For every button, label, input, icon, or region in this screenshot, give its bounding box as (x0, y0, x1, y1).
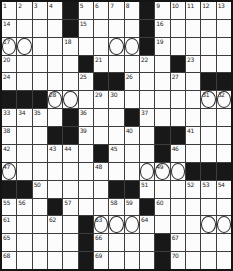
cell[interactable] (63, 163, 77, 180)
clue-number: 26 (126, 73, 133, 80)
clue-number: 50 (34, 181, 41, 188)
cell[interactable]: 49 (155, 163, 169, 180)
cell[interactable] (94, 127, 108, 144)
cell[interactable] (17, 73, 31, 90)
cell[interactable]: 24 (2, 73, 16, 90)
cell[interactable] (217, 109, 231, 126)
cell[interactable] (201, 109, 215, 126)
cell[interactable] (140, 234, 154, 251)
cell[interactable] (155, 181, 169, 198)
clue-number: 23 (187, 56, 194, 63)
cell[interactable] (186, 216, 200, 233)
cell[interactable] (63, 234, 77, 251)
clue-number: 49 (156, 163, 163, 170)
cell[interactable] (140, 73, 154, 90)
cell[interactable] (17, 20, 31, 37)
cell[interactable] (125, 252, 139, 269)
cell[interactable] (186, 145, 200, 162)
clue-number: 30 (110, 91, 117, 98)
cell[interactable]: 13 (217, 2, 231, 19)
cell[interactable] (186, 20, 200, 37)
cell[interactable] (155, 109, 169, 126)
cell[interactable]: 67 (171, 234, 185, 251)
cell[interactable] (201, 234, 215, 251)
block-cell (201, 163, 215, 180)
cell[interactable] (17, 56, 31, 73)
clue-number: 11 (187, 2, 194, 9)
clue-number: 6 (95, 2, 98, 9)
cell[interactable] (33, 145, 47, 162)
letter-circle (201, 216, 215, 233)
block-cell (155, 127, 169, 144)
cell[interactable]: 5 (79, 2, 93, 19)
clue-number: 68 (3, 252, 10, 259)
cell[interactable]: 30 (109, 91, 123, 108)
cell[interactable]: 12 (201, 2, 215, 19)
cell[interactable]: 52 (186, 181, 200, 198)
cell[interactable] (109, 56, 123, 73)
block-cell (63, 127, 77, 144)
cell[interactable]: 57 (63, 199, 77, 216)
clue-number: 25 (80, 73, 87, 80)
cell[interactable] (217, 38, 231, 55)
cell[interactable] (186, 109, 200, 126)
clue-number: 53 (202, 181, 209, 188)
cell[interactable]: 17 (2, 38, 16, 55)
clue-number: 20 (3, 56, 10, 63)
clue-number: 21 (95, 56, 102, 63)
cell[interactable]: 6 (94, 2, 108, 19)
clue-number: 35 (34, 109, 41, 116)
cell[interactable] (48, 234, 62, 251)
cell[interactable] (17, 216, 31, 233)
cell[interactable]: 22 (140, 56, 154, 73)
cell[interactable] (186, 234, 200, 251)
cell[interactable] (140, 163, 154, 180)
cell[interactable] (33, 163, 47, 180)
clue-number: 42 (3, 145, 10, 152)
clue-number: 14 (3, 20, 10, 27)
block-cell (155, 252, 169, 269)
cell[interactable] (171, 20, 185, 37)
cell[interactable] (63, 91, 77, 108)
cell[interactable] (109, 163, 123, 180)
block-cell (171, 56, 185, 73)
cell[interactable]: 43 (48, 145, 62, 162)
block-cell (140, 20, 154, 37)
cell[interactable] (48, 109, 62, 126)
cell[interactable] (79, 199, 93, 216)
cell[interactable] (63, 252, 77, 269)
cell[interactable]: 19 (155, 38, 169, 55)
cell[interactable] (186, 199, 200, 216)
cell[interactable]: 3 (33, 2, 47, 19)
block-cell (217, 73, 231, 90)
cell[interactable] (109, 38, 123, 55)
clue-number: 61 (3, 216, 10, 223)
clue-number: 22 (141, 56, 148, 63)
cell[interactable] (125, 234, 139, 251)
cell[interactable] (217, 234, 231, 251)
clue-number: 51 (141, 181, 148, 188)
clue-number: 19 (156, 38, 163, 45)
clue-number: 46 (172, 145, 179, 152)
cell[interactable] (79, 163, 93, 180)
cell[interactable]: 62 (48, 216, 62, 233)
letter-circle (140, 163, 154, 180)
cell[interactable] (140, 145, 154, 162)
cell[interactable] (33, 234, 47, 251)
cell[interactable]: 35 (33, 109, 47, 126)
cell[interactable]: 69 (94, 252, 108, 269)
cell[interactable] (125, 20, 139, 37)
cell[interactable]: 4 (48, 2, 62, 19)
clue-number: 18 (64, 38, 71, 45)
cell[interactable]: 55 (2, 199, 16, 216)
clue-number: 63 (95, 216, 102, 223)
cell[interactable]: 34 (17, 109, 31, 126)
cell[interactable] (125, 216, 139, 233)
clue-number: 4 (49, 2, 52, 9)
cell[interactable] (217, 145, 231, 162)
block-cell (63, 20, 77, 37)
block-cell (125, 181, 139, 198)
cell[interactable] (171, 199, 185, 216)
cell[interactable] (186, 38, 200, 55)
block-cell (33, 91, 47, 108)
cell[interactable]: 70 (171, 252, 185, 269)
clue-number: 28 (49, 91, 56, 98)
cell[interactable]: 7 (109, 2, 123, 19)
block-cell (109, 181, 123, 198)
cell[interactable] (155, 73, 169, 90)
cell[interactable]: 50 (33, 181, 47, 198)
clue-number: 44 (64, 145, 71, 152)
cell[interactable]: 46 (171, 145, 185, 162)
cell[interactable]: 42 (2, 145, 16, 162)
cell[interactable]: 37 (140, 109, 154, 126)
cell[interactable] (125, 91, 139, 108)
cell[interactable]: 11 (186, 2, 200, 19)
cell[interactable] (155, 91, 169, 108)
clue-number: 62 (49, 216, 56, 223)
cell[interactable] (33, 38, 47, 55)
cell[interactable] (79, 145, 93, 162)
block-cell (48, 127, 62, 144)
cell[interactable]: 8 (125, 2, 139, 19)
cell[interactable]: 64 (140, 216, 154, 233)
cell[interactable]: 33 (2, 109, 16, 126)
cell[interactable]: 20 (2, 56, 16, 73)
cell[interactable]: 54 (217, 181, 231, 198)
crossword-grid: 1234567891011121314151617181920212223242… (0, 0, 233, 271)
cell[interactable]: 36 (79, 109, 93, 126)
cell[interactable] (140, 91, 154, 108)
block-cell (48, 199, 62, 216)
cell[interactable]: 60 (155, 199, 169, 216)
block-cell (94, 73, 108, 90)
cell[interactable] (79, 91, 93, 108)
cell[interactable] (186, 73, 200, 90)
block-cell (79, 216, 93, 233)
clue-number: 55 (3, 199, 10, 206)
cell[interactable] (171, 216, 185, 233)
cell[interactable]: 59 (125, 199, 139, 216)
cell[interactable] (217, 56, 231, 73)
cell[interactable]: 14 (2, 20, 16, 37)
cell[interactable]: 56 (17, 199, 31, 216)
letter-circle (109, 38, 123, 55)
cell[interactable] (140, 252, 154, 269)
block-cell (109, 73, 123, 90)
cell[interactable] (155, 56, 169, 73)
cell[interactable] (94, 20, 108, 37)
cell[interactable] (109, 216, 123, 233)
clue-number: 58 (110, 199, 117, 206)
clue-number: 52 (187, 181, 194, 188)
block-cell (155, 145, 169, 162)
cell[interactable] (109, 127, 123, 144)
cell[interactable]: 51 (140, 181, 154, 198)
block-cell (155, 234, 169, 251)
cell[interactable] (94, 199, 108, 216)
cell[interactable]: 15 (79, 20, 93, 37)
cell[interactable] (201, 127, 215, 144)
cell[interactable]: 63 (94, 216, 108, 233)
cell[interactable]: 66 (94, 234, 108, 251)
clue-number: 41 (187, 127, 194, 134)
cell[interactable] (48, 20, 62, 37)
cell[interactable]: 1 (2, 2, 16, 19)
letter-circle (217, 216, 231, 233)
cell[interactable] (33, 73, 47, 90)
cell[interactable]: 48 (94, 163, 108, 180)
clue-number: 8 (126, 2, 129, 9)
clue-number: 24 (3, 73, 10, 80)
cell[interactable] (33, 127, 47, 144)
block-cell (17, 181, 31, 198)
cell[interactable] (109, 234, 123, 251)
cell[interactable] (79, 38, 93, 55)
cell[interactable] (155, 216, 169, 233)
cell[interactable] (17, 234, 31, 251)
clue-number: 47 (3, 163, 10, 170)
cell[interactable] (17, 145, 31, 162)
clue-number: 9 (156, 2, 159, 9)
cell[interactable] (48, 163, 62, 180)
clue-number: 37 (141, 109, 148, 116)
cell[interactable]: 68 (2, 252, 16, 269)
block-cell (2, 181, 16, 198)
clue-number: 40 (126, 127, 133, 134)
block-cell (79, 234, 93, 251)
cell[interactable] (48, 38, 62, 55)
letter-circle (125, 38, 139, 55)
clue-number: 5 (80, 2, 83, 9)
clue-number: 7 (110, 2, 113, 9)
clue-number: 43 (49, 145, 56, 152)
cell[interactable] (217, 127, 231, 144)
cell[interactable]: 39 (79, 127, 93, 144)
block-cell (79, 252, 93, 269)
cell[interactable]: 41 (186, 127, 200, 144)
clue-number: 27 (172, 73, 179, 80)
cell[interactable] (125, 56, 139, 73)
cell[interactable]: 44 (63, 145, 77, 162)
cell[interactable]: 45 (109, 145, 123, 162)
cell[interactable] (125, 145, 139, 162)
clue-number: 56 (18, 199, 25, 206)
cell[interactable] (17, 38, 31, 55)
cell[interactable]: 9 (155, 2, 169, 19)
cell[interactable]: 25 (79, 73, 93, 90)
cell[interactable]: 40 (125, 127, 139, 144)
clue-number: 45 (110, 145, 117, 152)
cell[interactable] (63, 73, 77, 90)
cell[interactable] (17, 163, 31, 180)
clue-number: 54 (218, 181, 225, 188)
cell[interactable]: 2 (17, 2, 31, 19)
crossword-puzzle: 1234567891011121314151617181920212223242… (0, 0, 233, 271)
cell[interactable] (186, 91, 200, 108)
cell[interactable] (94, 181, 108, 198)
cell[interactable] (17, 127, 31, 144)
cell[interactable] (48, 252, 62, 269)
block-cell (140, 199, 154, 216)
cell[interactable] (201, 56, 215, 73)
clue-number: 31 (202, 91, 209, 98)
cell[interactable] (201, 20, 215, 37)
cell[interactable] (94, 109, 108, 126)
cell[interactable] (48, 73, 62, 90)
clue-number: 38 (3, 127, 10, 134)
cell[interactable] (217, 199, 231, 216)
cell[interactable]: 31 (201, 91, 215, 108)
cell[interactable] (171, 163, 185, 180)
cell[interactable] (217, 252, 231, 269)
clue-number: 57 (64, 199, 71, 206)
block-cell (94, 145, 108, 162)
clue-number: 60 (156, 199, 163, 206)
cell[interactable]: 27 (171, 73, 185, 90)
block-cell (171, 127, 185, 144)
cell[interactable] (171, 91, 185, 108)
clue-number: 39 (80, 127, 87, 134)
clue-number: 13 (218, 2, 225, 9)
cell[interactable] (109, 109, 123, 126)
cell[interactable]: 18 (63, 38, 77, 55)
cell[interactable] (125, 38, 139, 55)
clue-number: 17 (3, 38, 10, 45)
clue-number: 32 (218, 91, 225, 98)
cell[interactable] (109, 252, 123, 269)
clue-number: 66 (95, 234, 102, 241)
block-cell (217, 163, 231, 180)
cell[interactable] (79, 181, 93, 198)
block-cell (2, 91, 16, 108)
clue-number: 34 (18, 109, 25, 116)
clue-number: 67 (172, 234, 179, 241)
cell[interactable] (201, 216, 215, 233)
clue-number: 48 (95, 163, 102, 170)
cell[interactable] (33, 199, 47, 216)
clue-number: 10 (172, 2, 179, 9)
letter-circle (125, 216, 139, 233)
cell[interactable] (201, 199, 215, 216)
block-cell (201, 73, 215, 90)
clue-number: 1 (3, 2, 6, 9)
cell[interactable]: 58 (109, 199, 123, 216)
cell[interactable] (171, 181, 185, 198)
cell[interactable]: 38 (2, 127, 16, 144)
clue-number: 2 (18, 2, 21, 9)
cell[interactable] (125, 163, 139, 180)
cell[interactable] (33, 56, 47, 73)
letter-circle (171, 163, 185, 180)
cell[interactable] (201, 145, 215, 162)
cell[interactable] (201, 252, 215, 269)
block-cell (140, 2, 154, 19)
cell[interactable] (63, 181, 77, 198)
cell[interactable]: 21 (94, 56, 108, 73)
cell[interactable]: 16 (155, 20, 169, 37)
cell[interactable]: 26 (125, 73, 139, 90)
cell[interactable] (33, 216, 47, 233)
letter-circle (17, 38, 31, 55)
clue-number: 29 (95, 91, 102, 98)
cell[interactable] (63, 56, 77, 73)
clue-number: 59 (126, 199, 133, 206)
block-cell (63, 109, 77, 126)
cell[interactable]: 53 (201, 181, 215, 198)
clue-number: 64 (141, 216, 148, 223)
cell[interactable]: 10 (171, 2, 185, 19)
cell[interactable] (17, 252, 31, 269)
cell[interactable]: 47 (2, 163, 16, 180)
cell[interactable]: 23 (186, 56, 200, 73)
cell[interactable] (217, 20, 231, 37)
cell[interactable] (33, 252, 47, 269)
cell[interactable] (63, 216, 77, 233)
cell[interactable] (94, 38, 108, 55)
cell[interactable] (217, 216, 231, 233)
cell[interactable] (171, 38, 185, 55)
block-cell (17, 91, 31, 108)
cell[interactable]: 61 (2, 216, 16, 233)
clue-number: 65 (3, 234, 10, 241)
letter-circle (63, 91, 77, 108)
cell[interactable]: 29 (94, 91, 108, 108)
cell[interactable] (171, 109, 185, 126)
block-cell (186, 163, 200, 180)
clue-number: 33 (3, 109, 10, 116)
block-cell (140, 38, 154, 55)
block-cell (79, 56, 93, 73)
clue-number: 69 (95, 252, 102, 259)
cell[interactable] (33, 20, 47, 37)
cell[interactable] (186, 252, 200, 269)
cell[interactable]: 32 (217, 91, 231, 108)
cell[interactable] (140, 127, 154, 144)
cell[interactable] (201, 38, 215, 55)
clue-number: 70 (172, 252, 179, 259)
cell[interactable] (48, 56, 62, 73)
cell[interactable] (48, 181, 62, 198)
cell[interactable] (109, 20, 123, 37)
cell[interactable]: 65 (2, 234, 16, 251)
clue-number: 15 (80, 20, 87, 27)
cell[interactable]: 28 (48, 91, 62, 108)
